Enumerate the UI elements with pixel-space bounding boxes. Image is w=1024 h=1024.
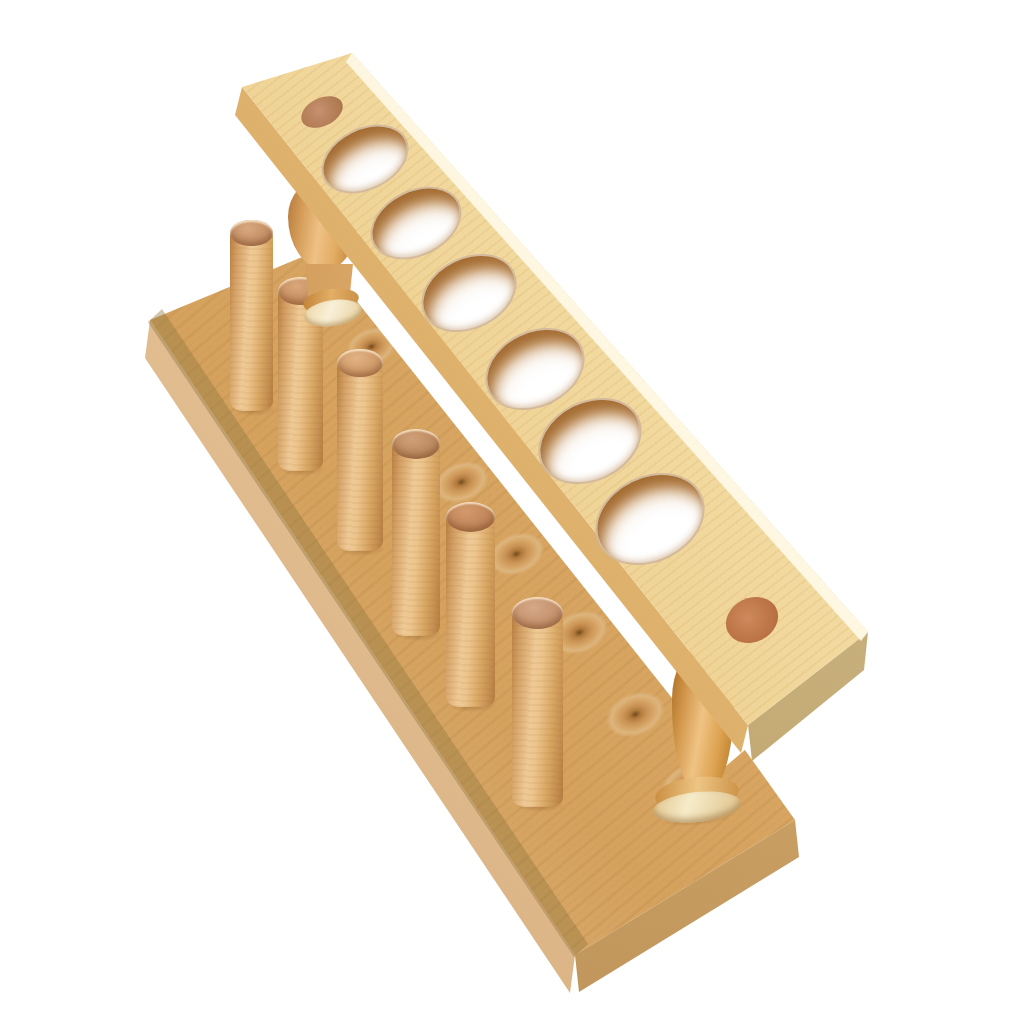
drying-peg-body [392, 444, 440, 636]
drying-peg-end-grain [337, 349, 383, 378]
drying-peg-body [337, 363, 383, 551]
drying-peg-end-grain [230, 220, 273, 247]
product-photo-test-tube-rack [0, 0, 1024, 1024]
drying-peg-body [512, 613, 563, 807]
drying-peg-end-grain [512, 597, 563, 629]
drying-peg-end-grain [392, 429, 440, 459]
drying-peg-body [446, 517, 495, 707]
drying-peg-body [230, 233, 273, 411]
